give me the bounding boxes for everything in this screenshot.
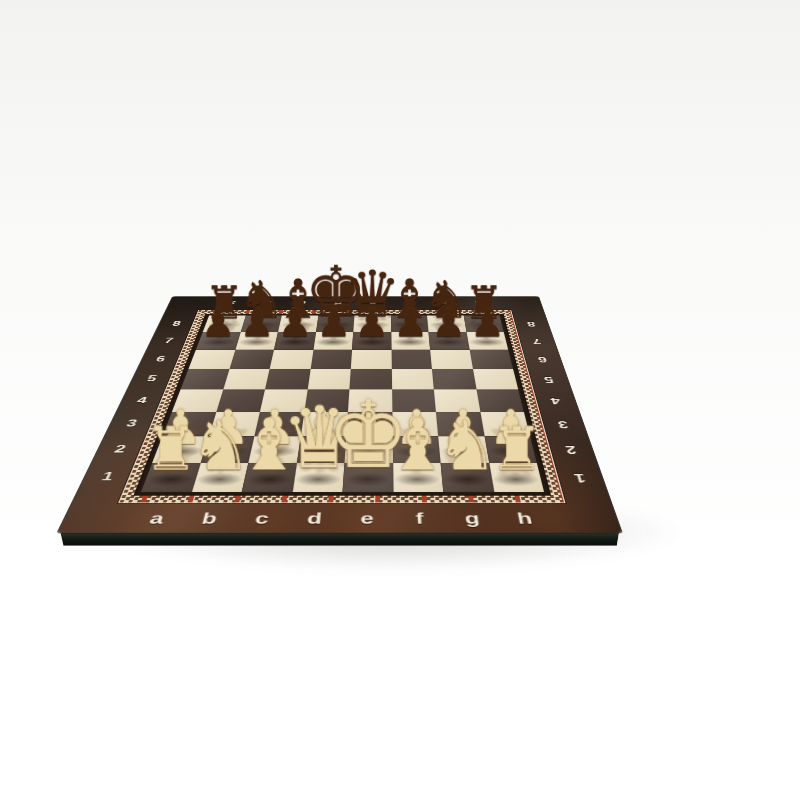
- piece-contact-shadow: [492, 473, 540, 486]
- file-label-top-e: e: [355, 297, 391, 308]
- file-labels-top: abcdefgh: [212, 297, 498, 308]
- white-pawn-d2: ♟: [264, 405, 379, 450]
- square-g4: [434, 389, 480, 411]
- square-e4: [348, 389, 392, 411]
- square-b2: ♟♟: [200, 436, 254, 463]
- square-g2: ♟♟: [438, 436, 489, 463]
- square-b4: [216, 389, 265, 411]
- piece-contact-shadow: [488, 445, 534, 457]
- file-label-top-h: h: [460, 297, 498, 308]
- file-label-top-g: g: [425, 297, 462, 308]
- piece-contact-shadow: [245, 473, 293, 486]
- square-d4: [304, 389, 349, 411]
- rank-label-right-8: 8: [516, 316, 546, 332]
- square-f4: [392, 389, 436, 411]
- white-pawn-b2: ♟: [170, 405, 285, 450]
- file-label-top-a: a: [212, 297, 251, 308]
- piece-contact-shadow: [441, 445, 486, 457]
- square-e2: ♟♟: [344, 436, 392, 463]
- white-pawn-g2: ♟: [405, 405, 520, 450]
- white-pawn-e2: ♟: [311, 405, 426, 450]
- piece-contact-shadow: [204, 445, 251, 457]
- square-d2: ♟♟: [296, 436, 346, 463]
- square-a4: [172, 389, 223, 411]
- square-c4: [260, 389, 307, 411]
- chess-board: ♜♜♞♞♝♝♚♚♛♛♝♝♞♞♜♜♟♟♟♟♟♟♟♟♟♟♟♟♟♟♟♟♟♟♟♟♟♟♟♟…: [58, 297, 622, 533]
- piece-contact-shadow: [252, 445, 298, 457]
- piece-contact-shadow: [195, 473, 244, 486]
- white-pawn-c2: ♟: [217, 405, 332, 450]
- square-h2: ♟♟: [484, 436, 537, 463]
- square-f1: ♝♝: [393, 463, 444, 492]
- board-front-edge: [61, 533, 620, 546]
- file-label-top-f: f: [390, 297, 426, 308]
- piece-contact-shadow: [395, 473, 441, 486]
- white-pawn-f2: ♟: [358, 405, 473, 450]
- square-h1: ♜♜: [489, 463, 544, 492]
- square-d1: ♛♛: [292, 463, 344, 492]
- square-e1: ♚♚: [343, 463, 393, 492]
- piece-contact-shadow: [345, 473, 391, 486]
- piece-contact-shadow: [156, 445, 203, 457]
- square-g1: ♞♞: [441, 463, 494, 492]
- photo-background: ♜♜♞♞♝♝♚♚♛♛♝♝♞♞♜♜♟♟♟♟♟♟♟♟♟♟♟♟♟♟♟♟♟♟♟♟♟♟♟♟…: [0, 0, 800, 800]
- square-h4: [476, 389, 524, 411]
- square-c2: ♟♟: [248, 436, 300, 463]
- square-f2: ♟♟: [392, 436, 440, 463]
- piece-contact-shadow: [299, 445, 344, 457]
- file-label-top-d: d: [319, 297, 355, 308]
- piece-contact-shadow: [394, 445, 438, 457]
- square-a2: ♟♟: [152, 436, 208, 463]
- square-b1: ♞♞: [191, 463, 248, 492]
- piece-contact-shadow: [444, 473, 491, 486]
- file-label-top-b: b: [248, 297, 286, 308]
- square-c1: ♝♝: [242, 463, 297, 492]
- file-label-top-c: c: [283, 297, 320, 308]
- piece-contact-shadow: [347, 445, 391, 457]
- piece-contact-shadow: [145, 473, 195, 486]
- piece-contact-shadow: [295, 473, 342, 486]
